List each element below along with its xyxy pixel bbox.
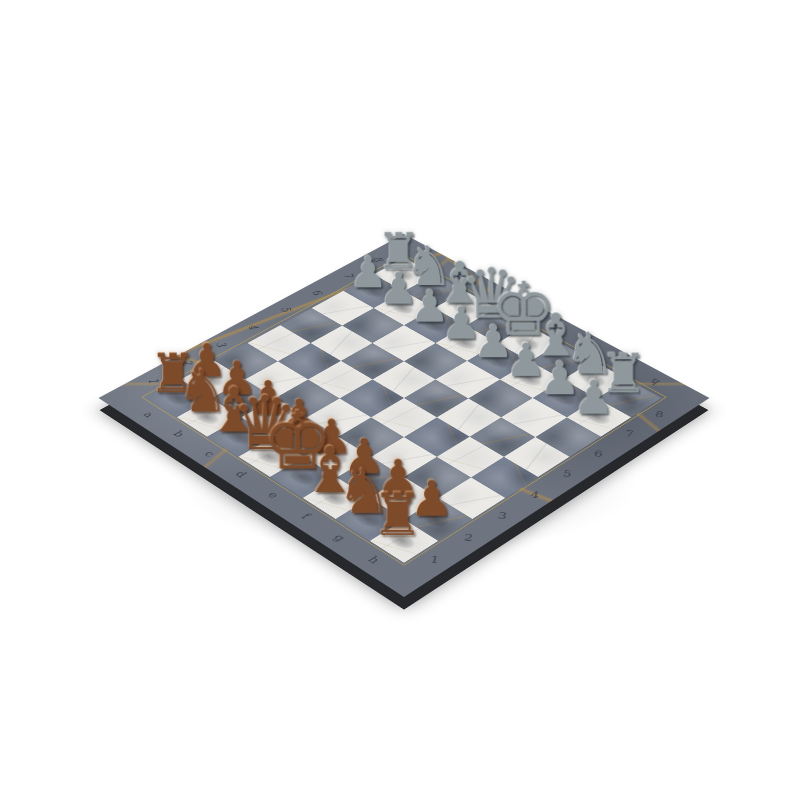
file-label-a-near: a — [136, 407, 162, 422]
file-label-g-far: g — [609, 356, 634, 370]
rank-label-2-left: 2 — [177, 357, 196, 369]
file-label-g-near: g — [326, 529, 353, 546]
file-label-b-far: b — [448, 270, 472, 283]
board-grid — [147, 258, 662, 563]
rank-label-1-right: 1 — [423, 553, 446, 567]
rank-label-2-right: 2 — [458, 531, 480, 545]
rank-label-6-left: 6 — [307, 288, 326, 299]
file-label-h-near: h — [360, 551, 388, 569]
rank-label-1-left: 1 — [143, 376, 163, 388]
rank-label-3-left: 3 — [211, 339, 230, 351]
rank-label-8-right: 8 — [650, 408, 670, 420]
rank-label-6-right: 6 — [588, 448, 609, 461]
file-label-f-near: f — [292, 508, 319, 525]
rank-label-7-left: 7 — [338, 271, 357, 282]
file-label-f-far: f — [575, 338, 600, 352]
board-face: ♜♞♝♛♚♝♞♜♟♟♟♟♟♟♟♟♟♟♟♟♟♟♟♟♜♞♝♛♚♝♞♜ aabbccd… — [99, 234, 710, 597]
chess-board: ♜♞♝♛♚♝♞♜♟♟♟♟♟♟♟♟♟♟♟♟♟♟♟♟♜♞♝♛♚♝♞♜ aabbccd… — [99, 234, 710, 597]
rank-label-4-left: 4 — [243, 322, 262, 333]
file-label-e-near: e — [260, 487, 287, 504]
rank-label-3-right: 3 — [491, 509, 513, 523]
file-label-a-far: a — [418, 253, 442, 266]
file-label-d-near: d — [228, 466, 254, 482]
file-label-b-near: b — [166, 426, 192, 442]
file-label-d-far: d — [511, 303, 535, 317]
rank-label-4-right: 4 — [524, 488, 545, 502]
file-label-c-far: c — [479, 286, 503, 299]
rank-label-5-left: 5 — [276, 304, 295, 315]
file-label-e-far: e — [543, 320, 567, 334]
scene: ♜♞♝♛♚♝♞♜♟♟♟♟♟♟♟♟♟♟♟♟♟♟♟♟♜♞♝♛♚♝♞♜ aabbccd… — [0, 0, 800, 800]
rank-label-5-right: 5 — [557, 468, 578, 481]
rank-label-7-right: 7 — [619, 428, 639, 441]
rank-label-8-left: 8 — [368, 255, 387, 266]
file-label-h-far: h — [642, 374, 667, 389]
file-label-c-near: c — [196, 446, 222, 462]
